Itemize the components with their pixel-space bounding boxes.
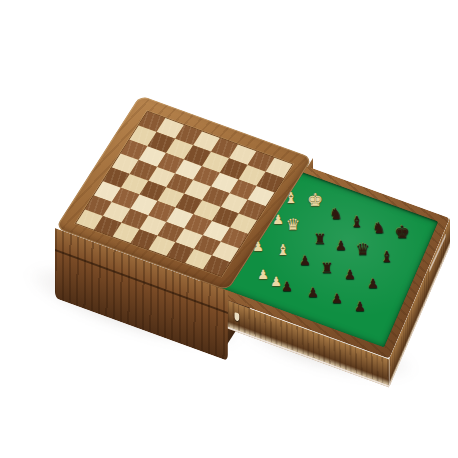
drawer-piece-black-pawn[interactable]: ♟ — [354, 300, 366, 313]
drawer-piece-white-king[interactable]: ♚ — [307, 191, 323, 209]
drawer-piece-black-pawn[interactable]: ♟ — [367, 277, 379, 290]
drawer-piece-black-knight[interactable]: ♞ — [329, 207, 342, 222]
drawer-piece-black-pawn[interactable]: ♟ — [335, 239, 347, 252]
drawer-knob[interactable] — [235, 312, 240, 322]
drawer-piece-black-pawn[interactable]: ♟ — [299, 254, 311, 267]
drawer-piece-black-pawn[interactable]: ♟ — [331, 292, 343, 305]
drawer-piece-white-pawn[interactable]: ♟ — [257, 268, 269, 281]
drawer-piece-black-queen[interactable]: ♛ — [356, 242, 370, 258]
drawer-piece-black-pawn[interactable]: ♟ — [344, 268, 356, 281]
drawer-piece-white-bishop[interactable]: ♝ — [284, 191, 297, 206]
drawer-piece-black-bishop[interactable]: ♝ — [380, 250, 393, 265]
drawer-piece-black-king[interactable]: ♚ — [394, 224, 409, 241]
chess-box-scene: ♝♚♟♛♟♝♟♟♞♝♞♚♜♟♛♝♟♜♟♟♟♟♟♟ — [0, 0, 458, 458]
drawer-piece-white-queen[interactable]: ♛ — [286, 217, 300, 233]
drawer-piece-black-rook[interactable]: ♜ — [314, 232, 327, 246]
drawer-piece-black-pawn[interactable]: ♟ — [307, 286, 319, 299]
drawer-piece-white-bishop[interactable]: ♝ — [276, 243, 289, 258]
drawer-piece-black-rook[interactable]: ♜ — [321, 261, 334, 275]
drawer-piece-white-pawn[interactable]: ♟ — [252, 240, 264, 253]
drawer-piece-black-pawn[interactable]: ♟ — [281, 280, 293, 293]
drawer-piece-black-bishop[interactable]: ♝ — [350, 215, 363, 230]
drawer-piece-black-knight[interactable]: ♞ — [372, 221, 385, 236]
drawer-piece-white-pawn[interactable]: ♟ — [270, 275, 282, 288]
drawer-piece-white-pawn[interactable]: ♟ — [272, 213, 284, 226]
